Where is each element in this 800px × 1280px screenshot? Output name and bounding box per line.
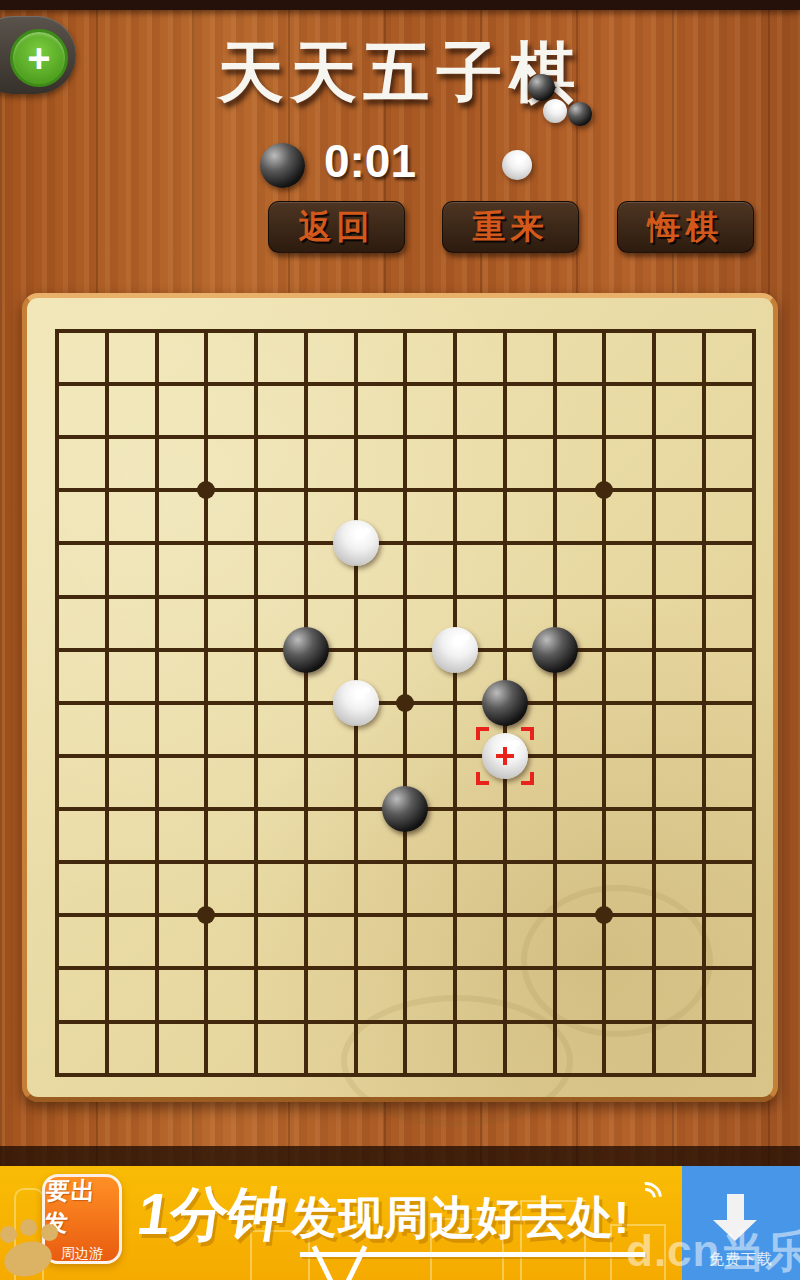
advertiser-app-icon[interactable]: 要出发 周边游 (42, 1174, 122, 1264)
ad-headline: 发现周边好去处! (292, 1188, 630, 1248)
paw-print-icon (0, 1226, 17, 1243)
white-stone: ○ (333, 680, 379, 726)
download-arrow-icon (713, 1220, 757, 1241)
board-texture-decoration (521, 885, 713, 1037)
restart-button[interactable]: 重来 (442, 201, 579, 253)
grid-line-vertical (752, 329, 756, 1077)
top-dark-strip (0, 0, 800, 10)
grid-line-vertical (553, 329, 557, 1077)
title-deco-black-stone-2 (568, 102, 592, 126)
checkmark-stroke (342, 1245, 368, 1280)
grid-line-vertical (702, 329, 706, 1077)
title-deco-black-stone (528, 74, 555, 101)
black-stone: ● (382, 786, 428, 832)
ad-headline-prefix: 1分钟 (133, 1176, 292, 1254)
grid-line-horizontal (55, 754, 756, 758)
black-stone: ● (532, 627, 578, 673)
star-point (197, 906, 215, 924)
black-player-stone-icon (260, 143, 305, 188)
back-button[interactable]: 返回 (268, 201, 405, 253)
grid-line-vertical (453, 329, 457, 1077)
grid-line-vertical (652, 329, 656, 1077)
ad-icon-subtitle: 周边游 (61, 1245, 103, 1263)
grid-line-vertical (602, 329, 606, 1077)
grid-line-horizontal (55, 1020, 756, 1024)
black-stone: ● (482, 680, 528, 726)
timer: 0:01 (300, 134, 440, 188)
grid-line-horizontal (55, 966, 756, 970)
grid-line-horizontal (55, 913, 756, 917)
star-point (396, 694, 414, 712)
white-stone: ○ (333, 520, 379, 566)
paw-print-icon (20, 1219, 37, 1236)
grid-line-horizontal (55, 1073, 756, 1077)
white-player-stone-icon (502, 150, 532, 180)
last-move-marker (479, 730, 531, 782)
ad-underline (300, 1252, 645, 1257)
board[interactable]: ○●○●○●○● (22, 293, 778, 1102)
signal-arc-icon (623, 1175, 668, 1220)
download-button[interactable]: 免费下载 (682, 1166, 800, 1280)
ad-banner[interactable]: 要出发 周边游 1分钟 发现周边好去处! (0, 1166, 800, 1280)
grid-line-horizontal (55, 860, 756, 864)
download-label: 免费下载 (682, 1250, 800, 1269)
star-point (595, 481, 613, 499)
black-stone: ● (283, 627, 329, 673)
star-point (197, 481, 215, 499)
title-deco-white-stone (543, 99, 567, 123)
page-title: 天天五子棋 (0, 28, 800, 118)
checkmark-stroke (312, 1245, 338, 1280)
white-stone: ○ (432, 627, 478, 673)
paw-print-icon (41, 1224, 58, 1241)
download-arrow-icon (727, 1194, 744, 1220)
undo-button[interactable]: 悔棋 (617, 201, 754, 253)
